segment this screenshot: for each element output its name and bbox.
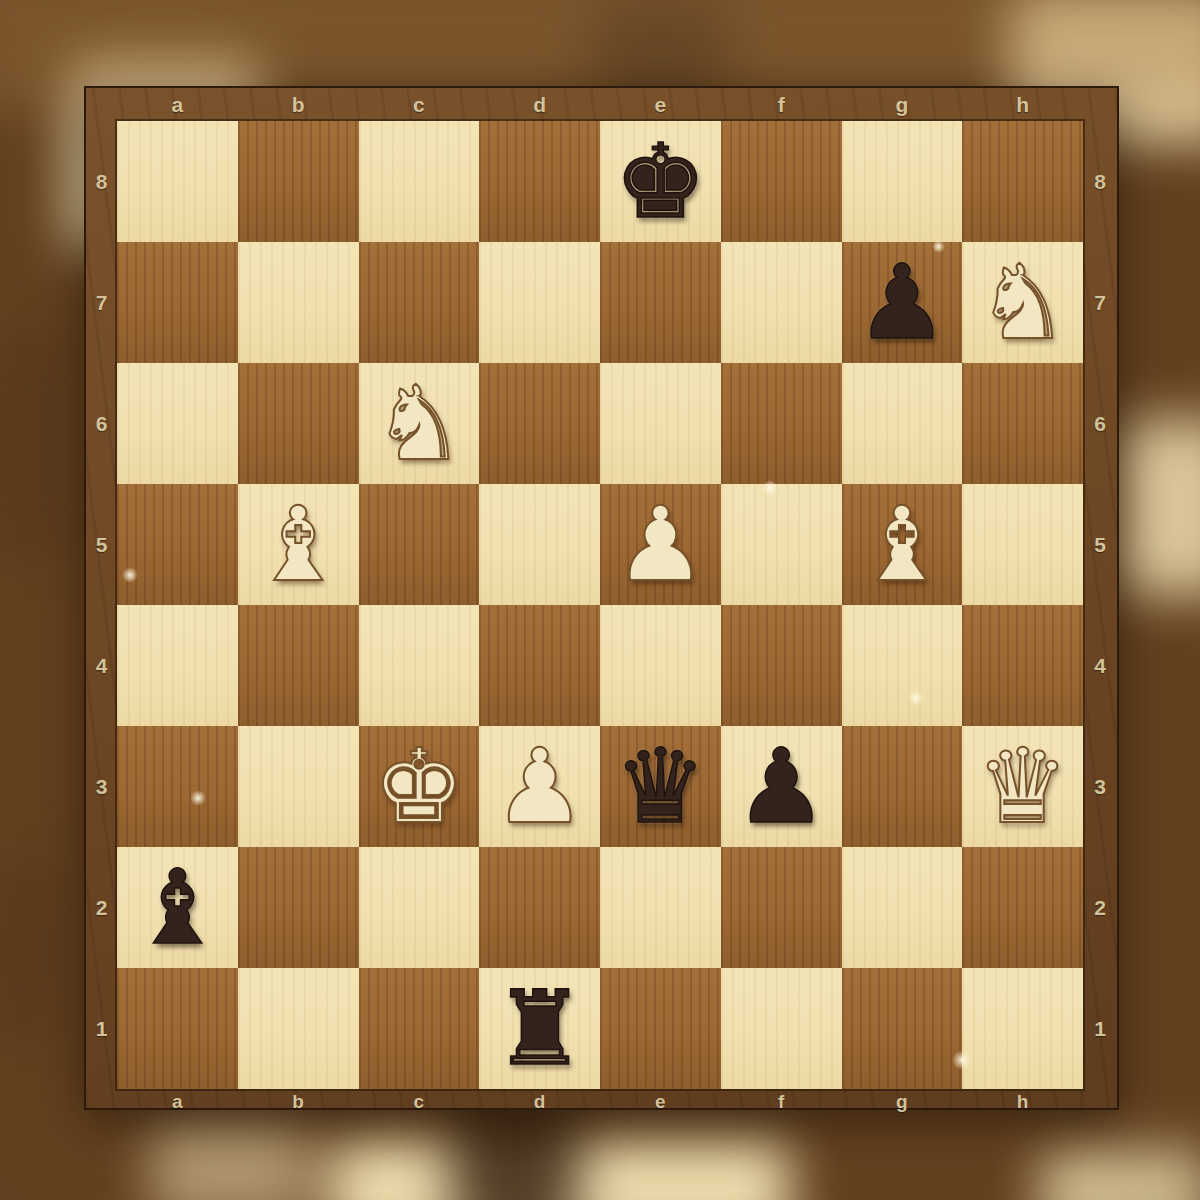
file-label-b-bottom: b — [238, 1091, 359, 1113]
board-grid: ♚♟♞♞♝♟♝♚♟♛♟♛♝♜ — [117, 121, 1083, 1089]
rank-label-3-left: 3 — [86, 726, 117, 847]
file-label-a-top: a — [117, 88, 238, 121]
rank-label-1-left: 1 — [86, 968, 117, 1089]
rank-label-7-left: 7 — [86, 242, 117, 363]
square-c2[interactable] — [359, 847, 480, 968]
square-g8[interactable] — [842, 121, 963, 242]
rank-labels-right: 87654321 — [1083, 121, 1117, 1089]
background-light-blob — [150, 1120, 310, 1200]
square-f3[interactable]: ♟ — [721, 726, 842, 847]
square-a8[interactable] — [117, 121, 238, 242]
black-pawn[interactable]: ♟ — [842, 242, 963, 363]
square-f8[interactable] — [721, 121, 842, 242]
square-a5[interactable] — [117, 484, 238, 605]
square-c5[interactable] — [359, 484, 480, 605]
square-f4[interactable] — [721, 605, 842, 726]
square-g3[interactable] — [842, 726, 963, 847]
rank-label-3-right: 3 — [1083, 726, 1117, 847]
background-dark-blob — [0, 860, 60, 1040]
rank-label-2-left: 2 — [86, 847, 117, 968]
rank-label-6-left: 6 — [86, 363, 117, 484]
square-f7[interactable] — [721, 242, 842, 363]
rank-label-7-right: 7 — [1083, 242, 1117, 363]
rank-label-8-left: 8 — [86, 121, 117, 242]
rank-label-6-right: 6 — [1083, 363, 1117, 484]
file-label-h-bottom: h — [962, 1091, 1083, 1113]
square-e6[interactable] — [600, 363, 721, 484]
rank-label-1-right: 1 — [1083, 968, 1117, 1089]
square-d7[interactable] — [479, 242, 600, 363]
file-label-f-bottom: f — [721, 1091, 842, 1113]
white-pawn[interactable]: ♟ — [600, 484, 721, 605]
rank-label-2-right: 2 — [1083, 847, 1117, 968]
square-b5[interactable]: ♝ — [238, 484, 359, 605]
square-a7[interactable] — [117, 242, 238, 363]
square-b8[interactable] — [238, 121, 359, 242]
square-h8[interactable] — [962, 121, 1083, 242]
square-a3[interactable] — [117, 726, 238, 847]
square-g5[interactable]: ♝ — [842, 484, 963, 605]
square-b7[interactable] — [238, 242, 359, 363]
square-h1[interactable] — [962, 968, 1083, 1089]
square-g2[interactable] — [842, 847, 963, 968]
background-dark-blob — [0, 330, 70, 560]
square-f2[interactable] — [721, 847, 842, 968]
square-e5[interactable]: ♟ — [600, 484, 721, 605]
file-label-e-top: e — [600, 88, 721, 121]
file-label-h-top: h — [962, 88, 1083, 121]
square-c1[interactable] — [359, 968, 480, 1089]
square-c7[interactable] — [359, 242, 480, 363]
black-bishop[interactable]: ♝ — [117, 847, 238, 968]
white-bishop[interactable]: ♝ — [238, 484, 359, 605]
white-king[interactable]: ♚ — [359, 726, 480, 847]
square-h2[interactable] — [962, 847, 1083, 968]
background-light-blob — [1115, 420, 1200, 595]
white-queen[interactable]: ♛ — [962, 726, 1083, 847]
file-label-d-top: d — [479, 88, 600, 121]
square-a2[interactable]: ♝ — [117, 847, 238, 968]
file-label-g-top: g — [842, 88, 963, 121]
square-h4[interactable] — [962, 605, 1083, 726]
square-a6[interactable] — [117, 363, 238, 484]
square-f1[interactable] — [721, 968, 842, 1089]
square-e8[interactable]: ♚ — [600, 121, 721, 242]
file-label-d-bottom: d — [479, 1091, 600, 1113]
square-h6[interactable] — [962, 363, 1083, 484]
square-d2[interactable] — [479, 847, 600, 968]
square-d8[interactable] — [479, 121, 600, 242]
square-c4[interactable] — [359, 605, 480, 726]
black-king[interactable]: ♚ — [600, 121, 721, 242]
square-f5[interactable] — [721, 484, 842, 605]
square-b6[interactable] — [238, 363, 359, 484]
square-b2[interactable] — [238, 847, 359, 968]
white-pawn[interactable]: ♟ — [479, 726, 600, 847]
square-b1[interactable] — [238, 968, 359, 1089]
square-d3[interactable]: ♟ — [479, 726, 600, 847]
rank-label-8-right: 8 — [1083, 121, 1117, 242]
chess-board: abcdefgh abcdefgh 87654321 87654321 ♚♟♞♞… — [84, 86, 1119, 1110]
square-f6[interactable] — [721, 363, 842, 484]
file-labels-top: abcdefgh — [117, 88, 1083, 121]
file-label-c-top: c — [359, 88, 480, 121]
square-g6[interactable] — [842, 363, 963, 484]
chess-app-screen: abcdefgh abcdefgh 87654321 87654321 ♚♟♞♞… — [0, 0, 1200, 1200]
rank-label-5-left: 5 — [86, 484, 117, 605]
black-queen[interactable]: ♛ — [600, 726, 721, 847]
square-b4[interactable] — [238, 605, 359, 726]
square-c3[interactable]: ♚ — [359, 726, 480, 847]
square-a1[interactable] — [117, 968, 238, 1089]
file-labels-bottom: abcdefgh — [117, 1091, 1083, 1108]
white-knight[interactable]: ♞ — [359, 363, 480, 484]
rank-label-4-right: 4 — [1083, 605, 1117, 726]
square-e4[interactable] — [600, 605, 721, 726]
square-g1[interactable] — [842, 968, 963, 1089]
white-knight[interactable]: ♞ — [962, 242, 1083, 363]
white-bishop[interactable]: ♝ — [842, 484, 963, 605]
file-label-c-bottom: c — [359, 1091, 480, 1113]
square-h5[interactable] — [962, 484, 1083, 605]
square-g7[interactable]: ♟ — [842, 242, 963, 363]
square-e1[interactable] — [600, 968, 721, 1089]
square-d6[interactable] — [479, 363, 600, 484]
black-pawn[interactable]: ♟ — [721, 726, 842, 847]
square-g4[interactable] — [842, 605, 963, 726]
file-label-a-bottom: a — [117, 1091, 238, 1113]
rank-label-5-right: 5 — [1083, 484, 1117, 605]
rank-label-4-left: 4 — [86, 605, 117, 726]
square-d1[interactable]: ♜ — [479, 968, 600, 1089]
square-h7[interactable]: ♞ — [962, 242, 1083, 363]
rank-labels-left: 87654321 — [86, 121, 117, 1089]
square-c6[interactable]: ♞ — [359, 363, 480, 484]
square-b3[interactable] — [238, 726, 359, 847]
black-rook[interactable]: ♜ — [479, 968, 600, 1089]
square-e7[interactable] — [600, 242, 721, 363]
background-light-blob — [1040, 1150, 1200, 1200]
square-c8[interactable] — [359, 121, 480, 242]
square-a4[interactable] — [117, 605, 238, 726]
file-label-g-bottom: g — [842, 1091, 963, 1113]
square-e2[interactable] — [600, 847, 721, 968]
square-d4[interactable] — [479, 605, 600, 726]
file-label-e-bottom: e — [600, 1091, 721, 1113]
square-h3[interactable]: ♛ — [962, 726, 1083, 847]
file-label-b-top: b — [238, 88, 359, 121]
square-e3[interactable]: ♛ — [600, 726, 721, 847]
file-label-f-top: f — [721, 88, 842, 121]
square-d5[interactable] — [479, 484, 600, 605]
